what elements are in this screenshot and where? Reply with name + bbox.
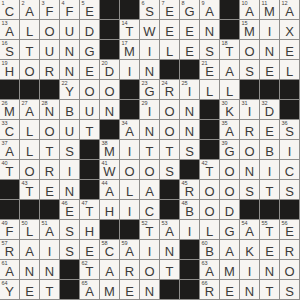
cell-letter: S [285,285,294,298]
letter-cell[interactable]: A [100,260,119,279]
letter-cell[interactable]: 60B [200,240,219,259]
letter-cell[interactable]: 11M [260,0,279,19]
letter-cell[interactable]: 10A [240,0,259,19]
letter-cell[interactable]: S [60,140,79,159]
black-cell [80,160,99,179]
clue-number: 36 [282,120,288,127]
black-cell [260,80,279,99]
letter-cell[interactable]: 23G [140,80,159,99]
letter-cell[interactable]: 41W [100,160,119,179]
letter-cell[interactable]: O [220,180,239,199]
letter-cell[interactable]: 61A [0,260,19,279]
letter-cell[interactable]: N [180,100,199,119]
letter-cell[interactable]: 27A [20,100,39,119]
letter-cell[interactable]: E [280,40,299,59]
clue-number: 43 [22,180,28,187]
letter-cell[interactable]: 57R [0,240,19,259]
letter-cell[interactable]: L [200,220,219,239]
letter-cell[interactable]: 46E [60,200,79,219]
letter-cell[interactable]: 31I [240,100,259,119]
clue-number: 47 [82,200,88,207]
letter-cell[interactable]: O [200,180,219,199]
letter-cell[interactable]: 30K [220,100,239,119]
letter-cell[interactable]: 14T [120,20,139,39]
letter-cell[interactable]: T [80,120,99,139]
cell-letter: W [143,25,155,38]
letter-cell[interactable]: 32D [260,100,279,119]
cell-letter: E [265,65,274,78]
letter-cell[interactable]: N [40,260,59,279]
letter-cell[interactable]: N [60,60,79,79]
letter-cell[interactable]: N [240,280,259,299]
letter-cell[interactable]: O [160,100,179,119]
letter-cell[interactable]: O [20,160,39,179]
letter-cell[interactable]: E [160,20,179,39]
letter-cell[interactable]: N [180,120,199,139]
letter-cell[interactable]: M [100,280,119,299]
letter-cell[interactable]: A [140,180,159,199]
letter-cell[interactable]: O [140,260,159,279]
letter-cell[interactable]: 22Y [60,80,79,99]
letter-cell[interactable]: I [260,160,279,179]
letter-cell[interactable]: 34A [120,120,139,139]
clue-number: 21 [202,60,208,67]
letter-cell[interactable]: O [80,80,99,99]
letter-cell[interactable]: 8G [180,0,199,19]
clue-number: 29 [142,100,148,107]
cell-letter: N [65,185,74,198]
letter-cell[interactable]: N [140,280,159,299]
letter-cell[interactable]: T [260,180,279,199]
cell-letter: S [185,145,194,158]
clue-number: 44 [102,180,108,187]
letter-cell[interactable]: C [140,200,159,219]
letter-cell[interactable]: G [220,220,239,239]
letter-cell[interactable]: B [260,140,279,159]
cell-letter: L [286,65,293,78]
letter-cell[interactable]: K [240,240,259,259]
clue-number: 42 [202,160,208,167]
letter-cell[interactable]: 65A [80,280,99,299]
letter-cell[interactable]: 56E [280,220,299,239]
letter-cell[interactable]: O [140,160,159,179]
clue-number: 18 [222,40,228,47]
letter-cell[interactable]: O [20,60,39,79]
cell-letter: A [225,65,234,78]
cell-letter: T [266,185,274,198]
clue-number: 27 [22,100,28,107]
letter-cell[interactable]: 6S [140,0,159,19]
black-cell [280,80,299,99]
cell-letter: R [245,125,254,138]
cell-letter: I [188,225,192,238]
letter-cell[interactable]: N [60,180,79,199]
letter-cell[interactable]: A [220,60,239,79]
letter-cell[interactable]: S [60,220,79,239]
letter-cell[interactable]: S [280,180,299,199]
letter-cell[interactable]: C [280,160,299,179]
cell-letter: H [105,205,114,218]
letter-cell[interactable]: S [240,180,259,199]
clue-number: 65 [82,280,88,287]
black-cell [120,100,139,119]
cell-letter: M [104,285,115,298]
clue-number: 57 [2,240,8,247]
letter-cell[interactable]: I [40,240,59,259]
letter-cell[interactable]: L [20,140,39,159]
cell-letter: L [26,145,33,158]
letter-cell[interactable]: G [80,40,99,59]
letter-cell[interactable]: O [100,80,119,99]
letter-cell[interactable]: 18T [220,40,239,59]
letter-cell[interactable]: 5E [80,0,99,19]
letter-cell[interactable]: 37A [0,140,19,159]
cell-letter: O [44,25,54,38]
letter-cell[interactable]: R [40,160,59,179]
letter-cell[interactable]: N [240,160,259,179]
letter-cell[interactable]: I [180,220,199,239]
letter-cell[interactable]: 21E [200,60,219,79]
clue-number: 25 [182,80,188,87]
cell-letter: A [145,185,154,198]
letter-cell[interactable]: S [180,140,199,159]
letter-cell[interactable]: L [280,60,299,79]
black-cell [220,20,239,39]
letter-cell[interactable]: E [220,280,239,299]
letter-cell[interactable]: W [140,20,159,39]
cell-letter: U [65,125,74,138]
letter-cell[interactable]: 44A [100,180,119,199]
cell-letter: O [44,125,54,138]
cell-letter: I [68,165,72,178]
cell-letter: L [26,25,33,38]
clue-number: 66 [202,280,208,287]
letter-cell[interactable]: 55T [260,220,279,239]
black-cell [100,0,119,19]
black-cell [20,200,39,219]
letter-cell[interactable]: R [240,120,259,139]
letter-cell[interactable]: O [220,160,239,179]
cell-letter: E [185,45,194,58]
cell-letter: C [145,205,154,218]
letter-cell[interactable]: M [220,260,239,279]
clue-number: 48 [182,200,188,207]
cell-letter: E [185,25,194,38]
crossword-grid: 1C2A3F4F5E6S7E8G9A10A11M12A13ALOUD14TWEE… [0,0,300,300]
clue-number: 54 [242,220,248,227]
black-cell [180,60,199,79]
cell-letter: T [86,125,94,138]
letter-cell[interactable]: 59A [120,240,139,259]
letter-cell[interactable]: U [60,20,79,39]
letter-cell[interactable]: 13A [0,20,19,39]
cell-letter: L [226,85,233,98]
letter-cell[interactable]: I [120,60,139,79]
cell-letter: T [166,265,174,278]
letter-cell[interactable]: U [40,40,59,59]
letter-cell[interactable]: E [260,120,279,139]
cell-letter: D [85,25,94,38]
letter-cell[interactable]: I [140,40,159,59]
letter-cell[interactable]: U [60,120,79,139]
black-cell [100,120,119,139]
letter-cell[interactable]: N [260,260,279,279]
clue-number: 22 [62,80,68,87]
cell-letter: N [205,25,214,38]
letter-cell[interactable]: R [40,60,59,79]
clue-number: 38 [102,140,108,147]
letter-cell[interactable]: 42T [200,160,219,179]
cell-letter: O [24,65,34,78]
letter-cell[interactable]: H [80,220,99,239]
clue-number: 6 [142,0,145,7]
cell-letter: N [245,165,254,178]
black-cell [180,240,199,259]
letter-cell[interactable]: 15M [240,20,259,39]
cell-letter: E [165,25,174,38]
letter-cell[interactable]: O [40,120,59,139]
letter-cell[interactable]: L [20,120,39,139]
cell-letter: O [164,125,174,138]
letter-cell[interactable]: E [260,240,279,259]
letter-cell[interactable]: 45R [180,180,199,199]
letter-cell[interactable]: X [280,20,299,39]
cell-letter: S [285,185,294,198]
letter-cell[interactable]: E [80,240,99,259]
letter-cell[interactable]: 4F [60,0,79,19]
black-cell [180,160,199,179]
cell-letter: O [204,205,214,218]
clue-number: 26 [2,100,8,107]
letter-cell[interactable]: 17M [120,40,139,59]
letter-cell[interactable]: O [280,260,299,279]
letter-cell[interactable]: 51A [40,220,59,239]
clue-number: 17 [122,40,128,47]
letter-cell[interactable]: H [100,200,119,219]
letter-cell[interactable]: I [120,200,139,219]
letter-cell[interactable]: D [80,20,99,39]
letter-cell[interactable]: E [20,280,39,299]
letter-cell[interactable]: 58C [100,240,119,259]
cell-letter: O [284,265,294,278]
black-cell [120,0,139,19]
letter-cell[interactable]: 66R [200,280,219,299]
clue-number: 35 [222,120,228,127]
letter-cell[interactable]: 53A [160,220,179,239]
clue-number: 10 [242,0,248,7]
letter-cell[interactable]: T [160,140,179,159]
letter-cell[interactable]: S [200,40,219,59]
letter-cell[interactable]: N [140,60,159,79]
letter-cell[interactable]: 20D [100,60,119,79]
letter-cell[interactable]: I [120,140,139,159]
letter-cell[interactable]: N [200,20,219,39]
black-cell [120,80,139,99]
letter-cell[interactable]: 62T [80,260,99,279]
letter-cell[interactable]: N [20,260,39,279]
letter-cell[interactable]: O [160,120,179,139]
letter-cell[interactable]: 43T [20,180,39,199]
letter-cell[interactable]: 16S [0,40,19,59]
cell-letter: A [25,5,34,18]
letter-cell[interactable]: 54A [240,220,259,239]
black-cell [240,80,259,99]
cell-letter: I [148,45,152,58]
letter-cell[interactable]: 3F [40,0,59,19]
letter-cell[interactable]: U [80,100,99,119]
black-cell [100,20,119,39]
letter-cell[interactable]: E [120,280,139,299]
letter-cell[interactable]: 52T [140,220,159,239]
letter-cell[interactable]: 19H [0,60,19,79]
letter-cell[interactable]: O [240,40,259,59]
cell-letter: N [185,125,194,138]
black-cell [0,200,19,219]
letter-cell[interactable]: S [240,60,259,79]
letter-cell[interactable]: L [160,40,179,59]
cell-letter: U [85,105,94,118]
letter-cell[interactable]: T [40,140,59,159]
cell-letter: N [105,105,114,118]
cell-letter: E [85,65,94,78]
cell-letter: C [5,5,14,18]
letter-cell[interactable]: 9A [200,0,219,19]
clue-number: 53 [162,220,168,227]
letter-cell[interactable]: 40T [0,160,19,179]
cell-letter: L [126,185,133,198]
letter-cell[interactable]: 63A [200,260,219,279]
cell-letter: O [244,45,254,58]
letter-cell[interactable]: 1C [0,0,19,19]
clue-number: 15 [242,20,248,27]
letter-cell[interactable]: 48B [180,200,199,219]
letter-cell[interactable]: L [220,80,239,99]
clue-number: 49 [2,220,8,227]
cell-letter: A [25,245,34,258]
letter-cell[interactable]: 36S [280,120,299,139]
cell-letter: S [65,245,74,258]
letter-cell[interactable]: 33C [0,120,19,139]
letter-cell[interactable]: N [100,100,119,119]
cell-letter: L [206,225,213,238]
black-cell [40,80,59,99]
letter-cell[interactable]: E [260,60,279,79]
letter-cell[interactable]: 26M [0,100,19,119]
clue-number: 2 [22,0,25,7]
letter-cell[interactable]: R [280,240,299,259]
letter-cell[interactable]: 2A [20,0,39,19]
clue-number: 46 [62,200,68,207]
letter-cell[interactable]: E [80,60,99,79]
letter-cell[interactable]: I [60,160,79,179]
letter-cell[interactable]: S [160,160,179,179]
letter-cell[interactable]: I [260,20,279,39]
black-cell [40,200,59,219]
cell-letter: B [65,105,74,118]
black-cell [0,80,19,99]
cell-letter: H [85,225,94,238]
letter-cell[interactable]: N [260,40,279,59]
letter-cell[interactable]: A [220,240,239,259]
clue-number: 32 [262,100,268,107]
letter-cell[interactable]: B [60,100,79,119]
letter-cell[interactable]: L [200,80,219,99]
cell-letter: T [46,285,54,298]
clue-number: 3 [42,0,45,7]
letter-cell[interactable]: 64Y [0,280,19,299]
cell-letter: F [66,5,74,18]
clue-number: 39 [222,140,228,147]
letter-cell[interactable]: R [120,260,139,279]
letter-cell[interactable]: O [40,20,59,39]
letter-cell[interactable]: 28N [40,100,59,119]
cell-letter: G [84,45,94,58]
letter-cell[interactable]: D [220,200,239,219]
letter-cell[interactable]: T [20,40,39,59]
letter-cell[interactable]: 29I [140,100,159,119]
letter-cell[interactable]: I [140,240,159,259]
cell-letter: S [205,45,214,58]
letter-cell[interactable]: T [260,280,279,299]
letter-cell[interactable]: N [140,120,159,139]
letter-cell[interactable]: L [20,20,39,39]
letter-cell[interactable]: T [40,280,59,299]
letter-cell[interactable]: I [240,260,259,279]
clue-number: 34 [122,120,128,127]
clue-number: 64 [2,280,8,287]
letter-cell[interactable]: 50L [20,220,39,239]
clue-number: 11 [262,0,268,7]
cell-letter: E [45,185,54,198]
letter-cell[interactable]: 25I [180,80,199,99]
letter-cell[interactable]: T [140,140,159,159]
letter-cell[interactable]: 47T [80,200,99,219]
cell-letter: G [184,5,194,18]
letter-cell[interactable]: 7E [160,0,179,19]
black-cell [200,140,219,159]
letter-cell[interactable]: O [200,200,219,219]
letter-cell[interactable]: L [120,180,139,199]
letter-cell[interactable]: O [240,140,259,159]
letter-cell[interactable]: I [280,140,299,159]
letter-cell[interactable]: A [20,240,39,259]
cell-letter: E [265,125,274,138]
letter-cell[interactable]: 39G [220,140,239,159]
letter-cell[interactable]: T [160,260,179,279]
clue-number: 24 [162,80,168,87]
letter-cell[interactable]: E [40,180,59,199]
letter-cell[interactable]: S [280,280,299,299]
clue-number: 63 [202,260,208,267]
letter-cell[interactable]: S [60,240,79,259]
letter-cell[interactable]: E [180,40,199,59]
black-cell [220,0,239,19]
letter-cell[interactable]: 49F [0,220,19,239]
cell-letter: N [145,285,154,298]
letter-cell[interactable]: 38M [100,140,119,159]
letter-cell[interactable]: E [180,20,199,39]
cell-letter: E [125,285,134,298]
black-cell [160,200,179,219]
letter-cell[interactable]: N [60,40,79,59]
letter-cell[interactable]: 35A [220,120,239,139]
letter-cell[interactable]: 12A [280,0,299,19]
letter-cell[interactable]: 24R [160,80,179,99]
cell-letter: O [224,185,234,198]
letter-cell[interactable]: N [160,240,179,259]
letter-cell[interactable]: O [120,160,139,179]
black-cell [0,180,19,199]
